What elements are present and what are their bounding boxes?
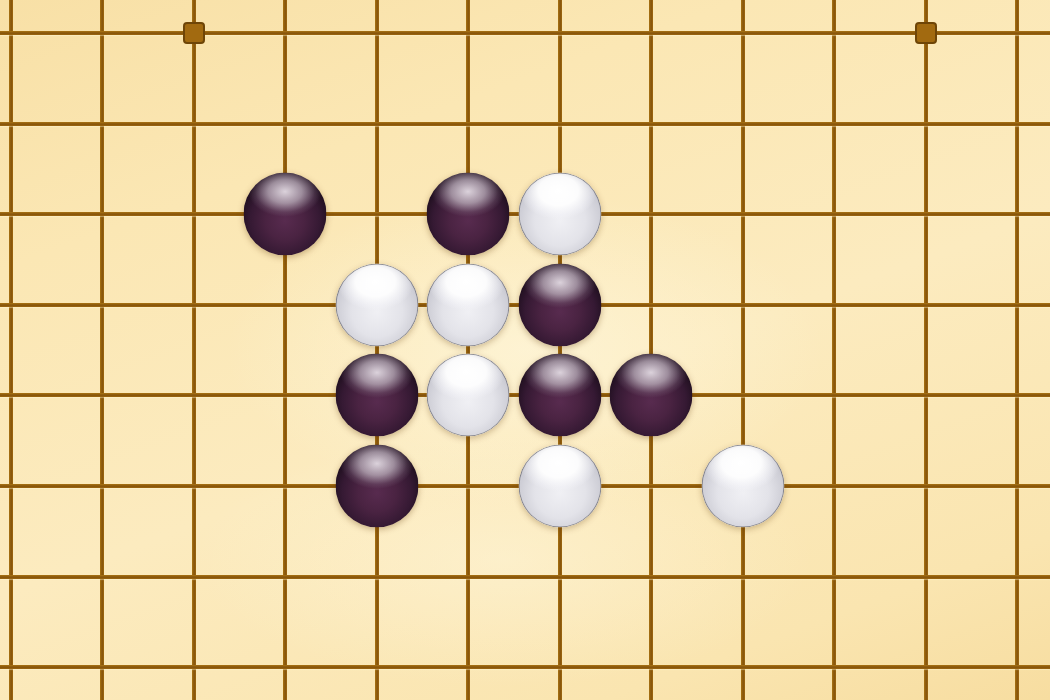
grid-line-vertical bbox=[741, 0, 745, 700]
black-stone[interactable] bbox=[244, 173, 327, 256]
white-stone[interactable] bbox=[518, 445, 601, 528]
goban-board[interactable] bbox=[0, 0, 1050, 700]
grid-line-vertical bbox=[832, 0, 836, 700]
white-stone[interactable] bbox=[701, 445, 784, 528]
white-stone[interactable] bbox=[335, 263, 418, 346]
black-stone[interactable] bbox=[610, 354, 693, 437]
black-stone[interactable] bbox=[427, 173, 510, 256]
grid-line-vertical bbox=[192, 0, 196, 700]
star-point bbox=[915, 22, 937, 44]
grid-line-vertical bbox=[558, 0, 562, 700]
white-stone[interactable] bbox=[427, 354, 510, 437]
grid-line-horizontal bbox=[0, 122, 1050, 126]
white-stone[interactable] bbox=[427, 263, 510, 346]
grid-line-vertical bbox=[9, 0, 13, 700]
grid-line-vertical bbox=[466, 0, 470, 700]
grid-line-horizontal bbox=[0, 665, 1050, 669]
white-stone[interactable] bbox=[518, 173, 601, 256]
grid-line-vertical bbox=[924, 0, 928, 700]
black-stone[interactable] bbox=[518, 263, 601, 346]
black-stone[interactable] bbox=[335, 445, 418, 528]
black-stone[interactable] bbox=[518, 354, 601, 437]
grid-line-horizontal bbox=[0, 31, 1050, 35]
grid-line-horizontal bbox=[0, 575, 1050, 579]
black-stone[interactable] bbox=[335, 354, 418, 437]
grid-line-vertical bbox=[100, 0, 104, 700]
grid-line-vertical bbox=[375, 0, 379, 700]
star-point bbox=[183, 22, 205, 44]
grid-line-vertical bbox=[283, 0, 287, 700]
grid-line-vertical bbox=[1015, 0, 1019, 700]
grid-line-vertical bbox=[649, 0, 653, 700]
